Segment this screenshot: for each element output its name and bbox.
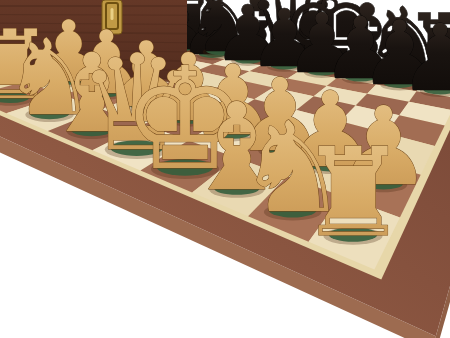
piece-group-h1: ♜ [298,121,408,264]
piece-white-rook-h1: ♜ [298,121,408,264]
chess-set-photo: ♜♟♟ ♞♝♛♚♝♞♜♟♟♟♟♟♟♟♟♟♟♟♟♟♟♜♞♝♛♚♝♞♜ [0,0,450,338]
chessboard-3d-scene: ♜♟♟ ♞♝♛♚♝♞♜♟♟♟♟♟♟♟♟♟♟♟♟♟♟♜♞♝♛♚♝♞♜ [0,0,450,338]
